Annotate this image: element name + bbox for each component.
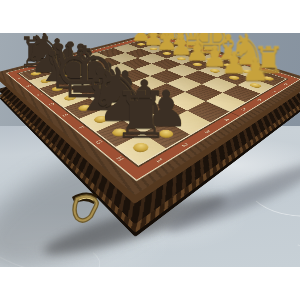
brass-clasp-icon (62, 188, 114, 236)
chess-set-photo: ABCDEFGH12345678♜♞♝♛♚♝♞♜♟♟♟♟♟♟♟♟♟♟♟♟♟♟♟♟… (0, 0, 300, 300)
piece-black-pawn-h7: ♟ (241, 54, 269, 86)
white-letterbox-top (0, 0, 300, 33)
white-letterbox-bottom (0, 267, 300, 300)
piece-white-rook-h1: ♜ (112, 83, 170, 147)
